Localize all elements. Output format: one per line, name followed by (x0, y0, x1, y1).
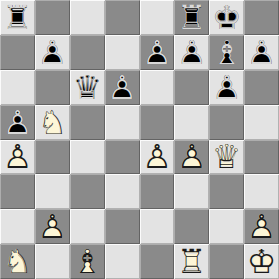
square-f3[interactable] (174, 174, 209, 209)
black-rook[interactable]: ♜♖ (0, 0, 35, 35)
square-c2[interactable] (70, 209, 105, 244)
square-h2[interactable]: ♟♙ (244, 209, 279, 244)
white-pawn[interactable]: ♟♙ (174, 140, 209, 175)
black-pawn[interactable]: ♟♙ (105, 70, 140, 105)
square-h8[interactable] (244, 0, 279, 35)
square-f7[interactable]: ♟♙ (174, 35, 209, 70)
square-h7[interactable]: ♟♙ (244, 35, 279, 70)
square-g5[interactable] (209, 105, 244, 140)
square-a5[interactable]: ♟♙ (0, 105, 35, 140)
white-pawn[interactable]: ♟♙ (140, 140, 175, 175)
square-e5[interactable] (140, 105, 175, 140)
piece-outline-glyph: ♙ (0, 140, 35, 175)
piece-outline-glyph: ♙ (244, 209, 279, 244)
square-f6[interactable] (174, 70, 209, 105)
square-f2[interactable] (174, 209, 209, 244)
black-pawn[interactable]: ♟♙ (174, 35, 209, 70)
square-c7[interactable] (70, 35, 105, 70)
square-f5[interactable] (174, 105, 209, 140)
square-g4[interactable]: ♛♕ (209, 140, 244, 175)
square-a3[interactable] (0, 174, 35, 209)
black-pawn[interactable]: ♟♙ (244, 35, 279, 70)
square-f1[interactable]: ♜♖ (174, 244, 209, 279)
square-g7[interactable]: ♝♗ (209, 35, 244, 70)
white-rook[interactable]: ♜♖ (174, 244, 209, 279)
black-rook[interactable]: ♜♖ (174, 0, 209, 35)
square-e2[interactable] (140, 209, 175, 244)
piece-outline-glyph: ♙ (174, 140, 209, 175)
square-c4[interactable] (70, 140, 105, 175)
square-c5[interactable] (70, 105, 105, 140)
square-b2[interactable]: ♟♙ (35, 209, 70, 244)
square-b3[interactable] (35, 174, 70, 209)
piece-outline-glyph: ♙ (105, 70, 140, 105)
piece-outline-glyph: ♖ (174, 244, 209, 279)
white-bishop[interactable]: ♝♗ (70, 244, 105, 279)
piece-outline-glyph: ♙ (0, 105, 35, 140)
piece-outline-glyph: ♕ (209, 140, 244, 175)
square-h3[interactable] (244, 174, 279, 209)
square-g1[interactable] (209, 244, 244, 279)
white-pawn[interactable]: ♟♙ (244, 209, 279, 244)
black-pawn[interactable]: ♟♙ (209, 70, 244, 105)
square-d8[interactable] (105, 0, 140, 35)
square-d5[interactable] (105, 105, 140, 140)
square-d3[interactable] (105, 174, 140, 209)
black-king[interactable]: ♚♔ (209, 0, 244, 35)
square-e8[interactable] (140, 0, 175, 35)
black-pawn[interactable]: ♟♙ (35, 35, 70, 70)
black-queen[interactable]: ♛♕ (70, 70, 105, 105)
square-d1[interactable] (105, 244, 140, 279)
square-e7[interactable]: ♟♙ (140, 35, 175, 70)
piece-outline-glyph: ♔ (209, 0, 244, 35)
piece-outline-glyph: ♗ (70, 244, 105, 279)
square-b5[interactable]: ♞♘ (35, 105, 70, 140)
square-d6[interactable]: ♟♙ (105, 70, 140, 105)
square-a2[interactable] (0, 209, 35, 244)
piece-outline-glyph: ♘ (35, 105, 70, 140)
piece-outline-glyph: ♙ (209, 70, 244, 105)
square-a1[interactable]: ♞♘ (0, 244, 35, 279)
piece-outline-glyph: ♖ (0, 0, 35, 35)
piece-outline-glyph: ♙ (140, 35, 175, 70)
white-knight[interactable]: ♞♘ (35, 105, 70, 140)
white-queen[interactable]: ♛♕ (209, 140, 244, 175)
square-h6[interactable] (244, 70, 279, 105)
square-g3[interactable] (209, 174, 244, 209)
piece-outline-glyph: ♔ (244, 244, 279, 279)
square-c8[interactable] (70, 0, 105, 35)
square-a4[interactable]: ♟♙ (0, 140, 35, 175)
chess-board: ♜♖♜♖♚♔♟♙♟♙♟♙♝♗♟♙♛♕♟♙♟♙♟♙♞♘♟♙♟♙♟♙♛♕♟♙♟♙♞♘… (0, 0, 279, 279)
square-e6[interactable] (140, 70, 175, 105)
piece-outline-glyph: ♙ (174, 35, 209, 70)
square-a8[interactable]: ♜♖ (0, 0, 35, 35)
square-d4[interactable] (105, 140, 140, 175)
white-knight[interactable]: ♞♘ (0, 244, 35, 279)
white-pawn[interactable]: ♟♙ (0, 140, 35, 175)
piece-outline-glyph: ♗ (209, 35, 244, 70)
piece-outline-glyph: ♙ (35, 35, 70, 70)
square-a6[interactable] (0, 70, 35, 105)
square-b7[interactable]: ♟♙ (35, 35, 70, 70)
piece-outline-glyph: ♕ (70, 70, 105, 105)
square-g2[interactable] (209, 209, 244, 244)
square-g6[interactable]: ♟♙ (209, 70, 244, 105)
square-b8[interactable] (35, 0, 70, 35)
square-h4[interactable] (244, 140, 279, 175)
square-h1[interactable]: ♚♔ (244, 244, 279, 279)
black-pawn[interactable]: ♟♙ (140, 35, 175, 70)
piece-outline-glyph: ♖ (174, 0, 209, 35)
square-e1[interactable] (140, 244, 175, 279)
piece-outline-glyph: ♙ (35, 209, 70, 244)
piece-outline-glyph: ♙ (140, 140, 175, 175)
black-bishop[interactable]: ♝♗ (209, 35, 244, 70)
square-f8[interactable]: ♜♖ (174, 0, 209, 35)
square-b4[interactable] (35, 140, 70, 175)
square-e4[interactable]: ♟♙ (140, 140, 175, 175)
square-c1[interactable]: ♝♗ (70, 244, 105, 279)
square-e3[interactable] (140, 174, 175, 209)
square-g8[interactable]: ♚♔ (209, 0, 244, 35)
square-b1[interactable] (35, 244, 70, 279)
square-c3[interactable] (70, 174, 105, 209)
white-pawn[interactable]: ♟♙ (35, 209, 70, 244)
square-a7[interactable] (0, 35, 35, 70)
piece-outline-glyph: ♘ (0, 244, 35, 279)
white-king[interactable]: ♚♔ (244, 244, 279, 279)
black-pawn[interactable]: ♟♙ (0, 105, 35, 140)
piece-outline-glyph: ♙ (244, 35, 279, 70)
square-d7[interactable] (105, 35, 140, 70)
square-f4[interactable]: ♟♙ (174, 140, 209, 175)
square-c6[interactable]: ♛♕ (70, 70, 105, 105)
square-d2[interactable] (105, 209, 140, 244)
square-b6[interactable] (35, 70, 70, 105)
square-h5[interactable] (244, 105, 279, 140)
